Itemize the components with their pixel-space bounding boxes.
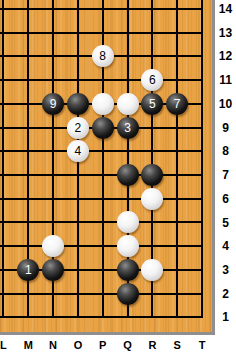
- board-intersection-M5[interactable]: [16, 211, 41, 235]
- board-intersection-T9[interactable]: [190, 116, 212, 140]
- board-intersection-L8[interactable]: [0, 139, 16, 163]
- board-intersection-M12[interactable]: [16, 45, 41, 69]
- board-intersection-N7[interactable]: [41, 163, 66, 187]
- board-intersection-L13[interactable]: [0, 21, 16, 45]
- board-intersection-S14[interactable]: [165, 0, 190, 21]
- board-intersection-T10[interactable]: [190, 92, 212, 116]
- board-intersection-O6[interactable]: [65, 187, 90, 211]
- board-intersection-S8[interactable]: [165, 139, 190, 163]
- board-intersection-L10[interactable]: [0, 92, 16, 116]
- row-label-8: 8: [215, 144, 236, 158]
- row-label-13: 13: [215, 26, 236, 40]
- board-intersection-Q12[interactable]: [115, 45, 140, 69]
- board-intersection-P14[interactable]: [90, 0, 115, 21]
- board-intersection-M1[interactable]: [16, 305, 41, 329]
- board-intersection-R4[interactable]: [140, 234, 165, 258]
- row-label-12: 12: [215, 49, 236, 63]
- row-label-3: 3: [215, 263, 236, 277]
- board-intersection-N4[interactable]: [41, 234, 66, 258]
- stone-white-R6[interactable]: [141, 188, 163, 210]
- board-intersection-Q4[interactable]: [115, 234, 140, 258]
- stone-move-number: 6: [149, 74, 156, 86]
- stone-black-N10[interactable]: 9: [42, 93, 64, 115]
- board-intersection-M8[interactable]: [16, 139, 41, 163]
- board-intersection-S11[interactable]: [165, 68, 190, 92]
- column-label-T: T: [192, 339, 212, 352]
- board-intersection-Q10[interactable]: [115, 92, 140, 116]
- board-intersection-P6[interactable]: [90, 187, 115, 211]
- stone-black-Q9[interactable]: 3: [117, 117, 139, 139]
- board-intersection-N14[interactable]: [41, 0, 66, 21]
- board-intersection-Q11[interactable]: [115, 68, 140, 92]
- board-intersection-T12[interactable]: [190, 45, 212, 69]
- row-label-7: 7: [215, 168, 236, 182]
- row-label-5: 5: [215, 216, 236, 230]
- board-intersection-S13[interactable]: [165, 21, 190, 45]
- board-intersection-M6[interactable]: [16, 187, 41, 211]
- column-label-S: S: [167, 339, 187, 352]
- board-intersection-Q8[interactable]: [115, 139, 140, 163]
- board-intersection-R7[interactable]: [140, 163, 165, 187]
- column-label-N: N: [43, 339, 63, 352]
- board-intersection-P4[interactable]: [90, 234, 115, 258]
- board-intersection-N1[interactable]: [41, 305, 66, 329]
- stone-white-O9[interactable]: 2: [67, 117, 89, 139]
- board-intersection-T7[interactable]: [190, 163, 212, 187]
- board-intersection-N3[interactable]: [41, 258, 66, 282]
- row-label-2: 2: [215, 287, 236, 301]
- board-intersection-L12[interactable]: [0, 45, 16, 69]
- board-intersection-O10[interactable]: [65, 92, 90, 116]
- column-label-L: L: [0, 339, 13, 352]
- board-intersection-T13[interactable]: [190, 21, 212, 45]
- board-intersection-N8[interactable]: [41, 139, 66, 163]
- board-intersection-R9[interactable]: [140, 116, 165, 140]
- board-intersection-L14[interactable]: [0, 0, 16, 21]
- board-intersection-S7[interactable]: [165, 163, 190, 187]
- board-intersection-N6[interactable]: [41, 187, 66, 211]
- board-intersection-N5[interactable]: [41, 211, 66, 235]
- stone-black-P9[interactable]: [92, 117, 114, 139]
- board-intersection-R8[interactable]: [140, 139, 165, 163]
- stone-black-N3[interactable]: [42, 259, 64, 281]
- board-intersection-Q13[interactable]: [115, 21, 140, 45]
- board-intersection-O4[interactable]: [65, 234, 90, 258]
- board-intersection-P11[interactable]: [90, 68, 115, 92]
- stone-black-M3[interactable]: 1: [17, 259, 39, 281]
- stone-white-O8[interactable]: 4: [67, 140, 89, 162]
- board-intersection-S10[interactable]: 7: [165, 92, 190, 116]
- board-intersection-R5[interactable]: [140, 211, 165, 235]
- stone-white-Q10[interactable]: [117, 93, 139, 115]
- row-coordinate-strip: 1413121110987654321: [215, 0, 236, 356]
- board-intersection-Q5[interactable]: [115, 211, 140, 235]
- row-label-10: 10: [215, 97, 236, 111]
- board-intersection-S9[interactable]: [165, 116, 190, 140]
- board-intersection-O12[interactable]: [65, 45, 90, 69]
- board-intersection-S6[interactable]: [165, 187, 190, 211]
- board-intersection-L1[interactable]: [0, 305, 16, 329]
- stone-move-number: 5: [149, 98, 156, 110]
- board-intersection-N2[interactable]: [41, 282, 66, 306]
- board-intersection-O8[interactable]: 4: [65, 139, 90, 163]
- stone-white-Q4[interactable]: [117, 235, 139, 257]
- board-intersection-N13[interactable]: [41, 21, 66, 45]
- board-intersection-P12[interactable]: 8: [90, 45, 115, 69]
- stone-white-R11[interactable]: 6: [141, 69, 163, 91]
- column-label-M: M: [18, 339, 38, 352]
- stone-move-number: 1: [25, 264, 32, 276]
- board-intersection-P8[interactable]: [90, 139, 115, 163]
- board-intersection-T2[interactable]: [190, 282, 212, 306]
- stone-move-number: 4: [75, 145, 82, 157]
- board-intersection-R2[interactable]: [140, 282, 165, 306]
- stone-black-Q2[interactable]: [117, 283, 139, 305]
- board-intersection-O11[interactable]: [65, 68, 90, 92]
- board-intersection-T8[interactable]: [190, 139, 212, 163]
- row-label-6: 6: [215, 192, 236, 206]
- board-intersection-S5[interactable]: [165, 211, 190, 235]
- board-intersection-L3[interactable]: [0, 258, 16, 282]
- stone-black-O10[interactable]: [67, 93, 89, 115]
- stone-black-R7[interactable]: [141, 164, 163, 186]
- board-intersection-R13[interactable]: [140, 21, 165, 45]
- board-intersection-L9[interactable]: [0, 116, 16, 140]
- board-intersection-T14[interactable]: [190, 0, 212, 21]
- board-intersection-R6[interactable]: [140, 187, 165, 211]
- board-intersection-P5[interactable]: [90, 211, 115, 235]
- stone-white-P10[interactable]: [92, 93, 114, 115]
- board-intersection-T3[interactable]: [190, 258, 212, 282]
- board-intersection-P2[interactable]: [90, 282, 115, 306]
- stone-black-S10[interactable]: 7: [166, 93, 188, 115]
- board-intersection-O1[interactable]: [65, 305, 90, 329]
- board-grid: 869572341: [0, 0, 212, 329]
- board-intersection-R1[interactable]: [140, 305, 165, 329]
- board-intersection-M7[interactable]: [16, 163, 41, 187]
- board-intersection-O7[interactable]: [65, 163, 90, 187]
- column-coordinate-strip: LMNOPQRST: [0, 335, 215, 356]
- board-intersection-P10[interactable]: [90, 92, 115, 116]
- board-intersection-N11[interactable]: [41, 68, 66, 92]
- board-intersection-L4[interactable]: [0, 234, 16, 258]
- column-label-R: R: [142, 339, 162, 352]
- board-intersection-P13[interactable]: [90, 21, 115, 45]
- board-intersection-Q9[interactable]: 3: [115, 116, 140, 140]
- board-intersection-T11[interactable]: [190, 68, 212, 92]
- stone-white-Q5[interactable]: [117, 211, 139, 233]
- stone-black-Q3[interactable]: [117, 259, 139, 281]
- board-intersection-L2[interactable]: [0, 282, 16, 306]
- board-intersection-O13[interactable]: [65, 21, 90, 45]
- row-label-11: 11: [215, 73, 236, 87]
- column-label-P: P: [93, 339, 113, 352]
- stone-white-N4[interactable]: [42, 235, 64, 257]
- board-intersection-L6[interactable]: [0, 187, 16, 211]
- stone-black-R10[interactable]: 5: [141, 93, 163, 115]
- board-intersection-L11[interactable]: [0, 68, 16, 92]
- board-intersection-R3[interactable]: [140, 258, 165, 282]
- board-intersection-O9[interactable]: 2: [65, 116, 90, 140]
- board-intersection-S12[interactable]: [165, 45, 190, 69]
- stone-move-number: 8: [99, 50, 106, 62]
- stone-white-P12[interactable]: 8: [92, 45, 114, 67]
- board-intersection-R12[interactable]: [140, 45, 165, 69]
- board-intersection-T5[interactable]: [190, 211, 212, 235]
- board-intersection-S2[interactable]: [165, 282, 190, 306]
- stone-move-number: 7: [174, 98, 181, 110]
- board-intersection-O14[interactable]: [65, 0, 90, 21]
- row-label-9: 9: [215, 121, 236, 135]
- column-label-Q: Q: [118, 339, 138, 352]
- row-label-1: 1: [215, 310, 236, 324]
- board-intersection-Q2[interactable]: [115, 282, 140, 306]
- board-intersection-O5[interactable]: [65, 211, 90, 235]
- board-intersection-N12[interactable]: [41, 45, 66, 69]
- row-label-4: 4: [215, 239, 236, 253]
- board-intersection-T1[interactable]: [190, 305, 212, 329]
- go-board: 869572341: [0, 0, 212, 332]
- board-intersection-S1[interactable]: [165, 305, 190, 329]
- board-intersection-N9[interactable]: [41, 116, 66, 140]
- board-intersection-M14[interactable]: [16, 0, 41, 21]
- board-intersection-M2[interactable]: [16, 282, 41, 306]
- board-intersection-S3[interactable]: [165, 258, 190, 282]
- board-intersection-Q7[interactable]: [115, 163, 140, 187]
- stone-white-R3[interactable]: [141, 259, 163, 281]
- board-intersection-R10[interactable]: 5: [140, 92, 165, 116]
- board-intersection-N10[interactable]: 9: [41, 92, 66, 116]
- row-label-14: 14: [215, 2, 236, 16]
- board-intersection-R11[interactable]: 6: [140, 68, 165, 92]
- board-intersection-M13[interactable]: [16, 21, 41, 45]
- board-intersection-T4[interactable]: [190, 234, 212, 258]
- board-intersection-O2[interactable]: [65, 282, 90, 306]
- board-intersection-P1[interactable]: [90, 305, 115, 329]
- board-intersection-M9[interactable]: [16, 116, 41, 140]
- board-intersection-Q3[interactable]: [115, 258, 140, 282]
- board-intersection-P9[interactable]: [90, 116, 115, 140]
- board-intersection-L5[interactable]: [0, 211, 16, 235]
- board-intersection-M10[interactable]: [16, 92, 41, 116]
- board-intersection-M4[interactable]: [16, 234, 41, 258]
- board-intersection-Q6[interactable]: [115, 187, 140, 211]
- column-label-O: O: [68, 339, 88, 352]
- board-intersection-Q14[interactable]: [115, 0, 140, 21]
- board-intersection-R14[interactable]: [140, 0, 165, 21]
- board-intersection-L7[interactable]: [0, 163, 16, 187]
- stone-move-number: 9: [50, 98, 57, 110]
- board-intersection-T6[interactable]: [190, 187, 212, 211]
- board-intersection-S4[interactable]: [165, 234, 190, 258]
- board-intersection-M3[interactable]: 1: [16, 258, 41, 282]
- board-intersection-M11[interactable]: [16, 68, 41, 92]
- stone-move-number: 3: [124, 122, 131, 134]
- board-intersection-P3[interactable]: [90, 258, 115, 282]
- stone-black-Q7[interactable]: [117, 164, 139, 186]
- board-intersection-P7[interactable]: [90, 163, 115, 187]
- stone-move-number: 2: [75, 122, 82, 134]
- board-intersection-O3[interactable]: [65, 258, 90, 282]
- board-intersection-Q1[interactable]: [115, 305, 140, 329]
- go-board-panel: 869572341 1413121110987654321 LMNOPQRST: [0, 0, 236, 356]
